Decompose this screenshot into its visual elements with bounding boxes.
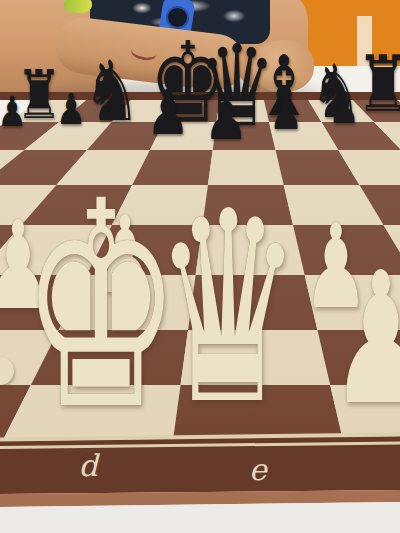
black-knight-b8[interactable]: ♞ bbox=[83, 50, 141, 133]
white-pawn-f2[interactable]: ♟ bbox=[330, 248, 400, 430]
black-pawn-a7[interactable]: ♟ bbox=[0, 91, 27, 133]
black-pawn-d7[interactable]: ♟ bbox=[146, 82, 190, 145]
foreground-table bbox=[0, 502, 400, 533]
black-rook-h8[interactable]: ♜ bbox=[356, 46, 400, 124]
black-pawn-b7[interactable]: ♟ bbox=[56, 88, 86, 131]
black-pawn-g7[interactable]: ♟ bbox=[328, 86, 359, 130]
photo: de ♟♜♟♞♟♚♟♛♟♝♟♞♜♟♟♚♛♟♟ bbox=[0, 0, 400, 533]
black-pawn-f7[interactable]: ♟ bbox=[269, 88, 303, 137]
black-pawn-e7[interactable]: ♟ bbox=[204, 86, 249, 150]
white-king-d2[interactable]: ♚ bbox=[21, 165, 182, 450]
